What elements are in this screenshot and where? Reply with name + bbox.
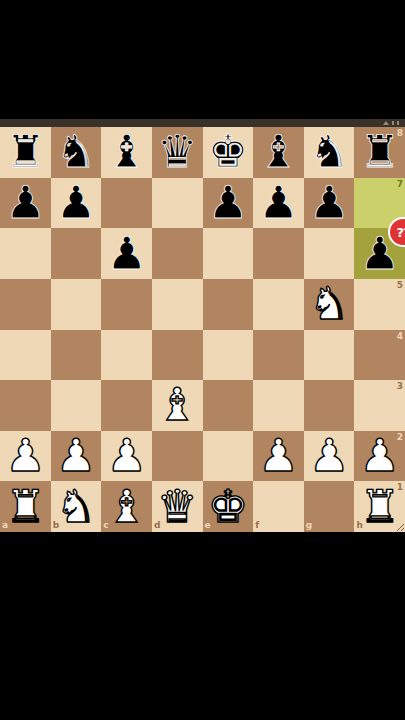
black-pawn[interactable]: ♟ xyxy=(258,178,298,228)
coord-file-h: h xyxy=(356,521,362,530)
square-g8[interactable]: ♞ xyxy=(304,127,355,178)
square-c3[interactable] xyxy=(101,380,152,431)
white-pawn[interactable]: ♟ xyxy=(56,431,96,481)
square-a4[interactable] xyxy=(0,330,51,381)
square-d4[interactable] xyxy=(152,330,203,381)
coord-file-a: a xyxy=(2,521,8,530)
square-b5[interactable] xyxy=(51,279,102,330)
black-pawn[interactable]: ♟ xyxy=(106,229,146,279)
white-knight[interactable]: ♞ xyxy=(309,279,349,329)
square-f6[interactable] xyxy=(253,228,304,279)
black-king[interactable]: ♚ xyxy=(208,127,248,177)
coord-file-c: c xyxy=(103,521,108,530)
white-pawn[interactable]: ♟ xyxy=(258,431,298,481)
square-b3[interactable] xyxy=(51,380,102,431)
white-rook[interactable]: ♜ xyxy=(360,482,400,532)
black-knight[interactable]: ♞ xyxy=(56,127,96,177)
square-e4[interactable] xyxy=(203,330,254,381)
square-d8[interactable]: ♛ xyxy=(152,127,203,178)
square-f5[interactable] xyxy=(253,279,304,330)
black-knight[interactable]: ♞ xyxy=(309,127,349,177)
square-d5[interactable] xyxy=(152,279,203,330)
square-a5[interactable] xyxy=(0,279,51,330)
white-knight[interactable]: ♞ xyxy=(56,482,96,532)
square-c1[interactable]: c♝ xyxy=(101,481,152,532)
coord-rank-8: 8 xyxy=(397,129,403,138)
black-rook[interactable]: ♜ xyxy=(5,127,45,177)
square-d7[interactable] xyxy=(152,178,203,229)
square-c2[interactable]: ♟ xyxy=(101,431,152,482)
square-b4[interactable] xyxy=(51,330,102,381)
square-e7[interactable]: ♟ xyxy=(203,178,254,229)
coord-rank-2: 2 xyxy=(397,433,403,442)
square-a1[interactable]: a♜ xyxy=(0,481,51,532)
square-h2[interactable]: 2♟ xyxy=(354,431,405,482)
square-e3[interactable] xyxy=(203,380,254,431)
square-b8[interactable]: ♞ xyxy=(51,127,102,178)
white-rook[interactable]: ♜ xyxy=(5,482,45,532)
white-pawn[interactable]: ♟ xyxy=(5,431,45,481)
coord-rank-1: 1 xyxy=(397,483,403,492)
black-pawn[interactable]: ♟ xyxy=(309,178,349,228)
black-rook[interactable]: ♜ xyxy=(360,127,400,177)
coord-file-e: e xyxy=(205,521,211,530)
square-a2[interactable]: ♟ xyxy=(0,431,51,482)
square-f4[interactable] xyxy=(253,330,304,381)
square-c7[interactable] xyxy=(101,178,152,229)
square-h8[interactable]: 8♜ xyxy=(354,127,405,178)
square-h5[interactable]: 5 xyxy=(354,279,405,330)
phone-screen: ♜♞♝♛♚♝♞8♜♟♟♟♟♟7♟6♟♞54♝3♟♟♟♟♟2♟a♜b♞c♝d♛e♚… xyxy=(0,0,405,720)
coord-file-d: d xyxy=(154,521,160,530)
square-a8[interactable]: ♜ xyxy=(0,127,51,178)
black-bishop[interactable]: ♝ xyxy=(258,127,298,177)
square-c8[interactable]: ♝ xyxy=(101,127,152,178)
square-b6[interactable] xyxy=(51,228,102,279)
square-b7[interactable]: ♟ xyxy=(51,178,102,229)
square-d3[interactable]: ♝ xyxy=(152,380,203,431)
square-e5[interactable] xyxy=(203,279,254,330)
black-pawn[interactable]: ♟ xyxy=(5,178,45,228)
square-h3[interactable]: 3 xyxy=(354,380,405,431)
square-g4[interactable] xyxy=(304,330,355,381)
black-pawn[interactable]: ♟ xyxy=(56,178,96,228)
square-f2[interactable]: ♟ xyxy=(253,431,304,482)
chess-board: ♜♞♝♛♚♝♞8♜♟♟♟♟♟7♟6♟♞54♝3♟♟♟♟♟2♟a♜b♞c♝d♛e♚… xyxy=(0,127,405,532)
coord-rank-7: 7 xyxy=(397,180,403,189)
white-pawn[interactable]: ♟ xyxy=(309,431,349,481)
black-queen[interactable]: ♛ xyxy=(157,127,197,177)
coord-rank-4: 4 xyxy=(397,332,403,341)
board-resize-handle[interactable] xyxy=(397,524,404,531)
square-a6[interactable] xyxy=(0,228,51,279)
square-c6[interactable]: ♟ xyxy=(101,228,152,279)
square-d6[interactable] xyxy=(152,228,203,279)
square-a7[interactable]: ♟ xyxy=(0,178,51,229)
white-pawn[interactable]: ♟ xyxy=(360,431,400,481)
square-f3[interactable] xyxy=(253,380,304,431)
square-e1[interactable]: e♚ xyxy=(203,481,254,532)
white-king[interactable]: ♚ xyxy=(208,482,248,532)
coord-file-f: f xyxy=(255,521,259,530)
square-e8[interactable]: ♚ xyxy=(203,127,254,178)
square-g6[interactable] xyxy=(304,228,355,279)
black-bishop[interactable]: ♝ xyxy=(106,127,146,177)
black-pawn[interactable]: ♟ xyxy=(208,178,248,228)
white-bishop[interactable]: ♝ xyxy=(106,482,146,532)
square-g5[interactable]: ♞ xyxy=(304,279,355,330)
coord-rank-3: 3 xyxy=(397,382,403,391)
white-queen[interactable]: ♛ xyxy=(157,482,197,532)
coord-file-g: g xyxy=(306,521,312,530)
white-pawn[interactable]: ♟ xyxy=(106,431,146,481)
square-e6[interactable] xyxy=(203,228,254,279)
square-b2[interactable]: ♟ xyxy=(51,431,102,482)
square-h4[interactable]: 4 xyxy=(354,330,405,381)
square-g3[interactable] xyxy=(304,380,355,431)
square-g7[interactable]: ♟ xyxy=(304,178,355,229)
square-f8[interactable]: ♝ xyxy=(253,127,304,178)
square-c4[interactable] xyxy=(101,330,152,381)
square-f1[interactable]: f xyxy=(253,481,304,532)
square-c5[interactable] xyxy=(101,279,152,330)
square-d1[interactable]: d♛ xyxy=(152,481,203,532)
white-bishop[interactable]: ♝ xyxy=(157,380,197,430)
coord-rank-5: 5 xyxy=(397,281,403,290)
square-a3[interactable] xyxy=(0,380,51,431)
coord-file-b: b xyxy=(53,521,59,530)
square-g1[interactable]: g xyxy=(304,481,355,532)
square-d2[interactable] xyxy=(152,431,203,482)
square-f7[interactable]: ♟ xyxy=(253,178,304,229)
square-e2[interactable] xyxy=(203,431,254,482)
square-g2[interactable]: ♟ xyxy=(304,431,355,482)
square-b1[interactable]: b♞ xyxy=(51,481,102,532)
